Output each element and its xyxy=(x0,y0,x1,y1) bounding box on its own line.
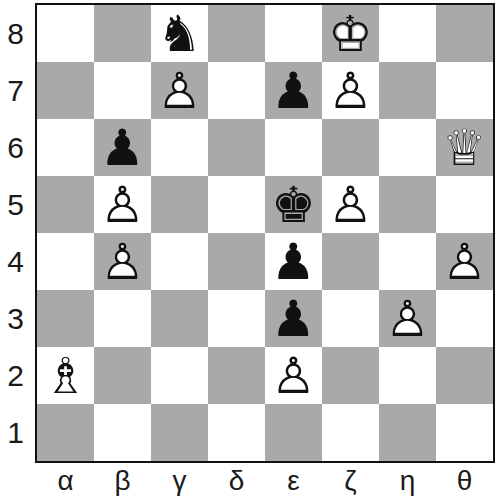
white-queen: ♕ xyxy=(436,119,493,176)
square-δ1[interactable] xyxy=(208,404,265,461)
file-label-δ: δ xyxy=(208,464,265,498)
square-β7[interactable] xyxy=(94,62,151,119)
square-β4[interactable]: ♟♙ xyxy=(94,233,151,290)
square-α5[interactable] xyxy=(37,176,94,233)
square-γ3[interactable] xyxy=(151,290,208,347)
square-ε2[interactable]: ♟♙ xyxy=(265,347,322,404)
square-γ8[interactable]: ♞ xyxy=(151,5,208,62)
white-pawn: ♙ xyxy=(436,233,493,290)
black-king: ♚ xyxy=(265,176,322,233)
square-α6[interactable] xyxy=(37,119,94,176)
square-θ2[interactable] xyxy=(436,347,493,404)
square-β3[interactable] xyxy=(94,290,151,347)
square-ε8[interactable] xyxy=(265,5,322,62)
white-pawn-fill: ♟ xyxy=(94,233,151,290)
square-β1[interactable] xyxy=(94,404,151,461)
square-η3[interactable]: ♟♙ xyxy=(379,290,436,347)
white-pawn-fill: ♟ xyxy=(151,62,208,119)
white-pawn-fill: ♟ xyxy=(322,176,379,233)
square-η5[interactable] xyxy=(379,176,436,233)
square-β6[interactable]: ♟ xyxy=(94,119,151,176)
square-α4[interactable] xyxy=(37,233,94,290)
square-ε4[interactable]: ♟ xyxy=(265,233,322,290)
file-label-β: β xyxy=(94,464,151,498)
white-pawn-fill: ♟ xyxy=(379,290,436,347)
square-ζ6[interactable] xyxy=(322,119,379,176)
white-bishop: ♗ xyxy=(37,347,94,404)
square-α7[interactable] xyxy=(37,62,94,119)
square-η6[interactable] xyxy=(379,119,436,176)
white-pawn: ♙ xyxy=(94,233,151,290)
square-ζ1[interactable] xyxy=(322,404,379,461)
square-β2[interactable] xyxy=(94,347,151,404)
rank-label-6: 6 xyxy=(0,119,31,176)
square-η2[interactable] xyxy=(379,347,436,404)
white-pawn: ♙ xyxy=(322,176,379,233)
square-β5[interactable]: ♟♙ xyxy=(94,176,151,233)
square-ζ2[interactable] xyxy=(322,347,379,404)
white-pawn-fill: ♟ xyxy=(94,176,151,233)
square-η8[interactable] xyxy=(379,5,436,62)
rank-label-7: 7 xyxy=(0,62,31,119)
square-γ1[interactable] xyxy=(151,404,208,461)
file-label-θ: θ xyxy=(436,464,493,498)
file-label-ε: ε xyxy=(265,464,322,498)
white-pawn: ♙ xyxy=(265,347,322,404)
black-pawn: ♟ xyxy=(94,119,151,176)
square-δ7[interactable] xyxy=(208,62,265,119)
file-label-η: η xyxy=(379,464,436,498)
square-δ2[interactable] xyxy=(208,347,265,404)
square-γ5[interactable] xyxy=(151,176,208,233)
square-ε3[interactable]: ♟ xyxy=(265,290,322,347)
white-bishop-fill: ♝ xyxy=(37,347,94,404)
file-label-α: α xyxy=(37,464,94,498)
white-pawn-fill: ♟ xyxy=(436,233,493,290)
square-ζ5[interactable]: ♟♙ xyxy=(322,176,379,233)
square-α2[interactable]: ♝♗ xyxy=(37,347,94,404)
rank-label-4: 4 xyxy=(0,233,31,290)
square-γ6[interactable] xyxy=(151,119,208,176)
square-γ4[interactable] xyxy=(151,233,208,290)
chess-diagram: ♞♚♔♟♙♟♟♙♟♛♕♟♙♚♟♙♟♙♟♟♙♟♟♙♝♗♟♙ 87654321 αβ… xyxy=(0,0,500,500)
square-α3[interactable] xyxy=(37,290,94,347)
white-pawn-fill: ♟ xyxy=(265,347,322,404)
black-pawn: ♟ xyxy=(265,290,322,347)
square-ε6[interactable] xyxy=(265,119,322,176)
square-δ8[interactable] xyxy=(208,5,265,62)
square-α1[interactable] xyxy=(37,404,94,461)
square-θ7[interactable] xyxy=(436,62,493,119)
white-pawn-fill: ♟ xyxy=(322,62,379,119)
square-θ1[interactable] xyxy=(436,404,493,461)
white-pawn: ♙ xyxy=(379,290,436,347)
square-θ4[interactable]: ♟♙ xyxy=(436,233,493,290)
rank-label-5: 5 xyxy=(0,176,31,233)
square-θ3[interactable] xyxy=(436,290,493,347)
rank-label-3: 3 xyxy=(0,290,31,347)
white-king: ♔ xyxy=(322,5,379,62)
square-δ4[interactable] xyxy=(208,233,265,290)
rank-label-2: 2 xyxy=(0,347,31,404)
square-δ5[interactable] xyxy=(208,176,265,233)
white-king-fill: ♚ xyxy=(322,5,379,62)
square-ζ8[interactable]: ♚♔ xyxy=(322,5,379,62)
black-pawn: ♟ xyxy=(265,233,322,290)
square-γ2[interactable] xyxy=(151,347,208,404)
black-knight: ♞ xyxy=(151,5,208,62)
square-δ3[interactable] xyxy=(208,290,265,347)
rank-label-8: 8 xyxy=(0,5,31,62)
square-ζ3[interactable] xyxy=(322,290,379,347)
square-ε1[interactable] xyxy=(265,404,322,461)
square-η1[interactable] xyxy=(379,404,436,461)
rank-label-1: 1 xyxy=(0,404,31,461)
white-pawn: ♙ xyxy=(322,62,379,119)
square-θ6[interactable]: ♛♕ xyxy=(436,119,493,176)
square-η7[interactable] xyxy=(379,62,436,119)
square-γ7[interactable]: ♟♙ xyxy=(151,62,208,119)
black-pawn: ♟ xyxy=(265,62,322,119)
square-ζ4[interactable] xyxy=(322,233,379,290)
square-ε5[interactable]: ♚ xyxy=(265,176,322,233)
square-δ6[interactable] xyxy=(208,119,265,176)
white-pawn: ♙ xyxy=(151,62,208,119)
square-ε7[interactable]: ♟ xyxy=(265,62,322,119)
square-β8[interactable] xyxy=(94,5,151,62)
chess-board: ♞♚♔♟♙♟♟♙♟♛♕♟♙♚♟♙♟♙♟♟♙♟♟♙♝♗♟♙ xyxy=(35,3,495,463)
square-θ8[interactable] xyxy=(436,5,493,62)
square-α8[interactable] xyxy=(37,5,94,62)
square-θ5[interactable] xyxy=(436,176,493,233)
square-η4[interactable] xyxy=(379,233,436,290)
white-queen-fill: ♛ xyxy=(436,119,493,176)
white-pawn: ♙ xyxy=(94,176,151,233)
file-label-γ: γ xyxy=(151,464,208,498)
square-ζ7[interactable]: ♟♙ xyxy=(322,62,379,119)
file-label-ζ: ζ xyxy=(322,464,379,498)
